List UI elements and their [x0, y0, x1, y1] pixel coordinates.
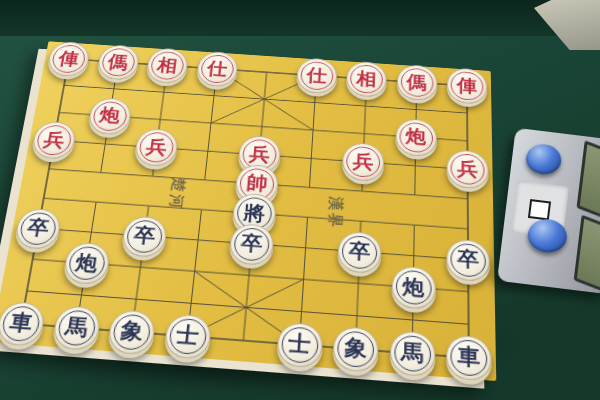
- intersection-f4[interactable]: [284, 142, 338, 174]
- intersection-d5[interactable]: [177, 164, 232, 197]
- intersection-a10[interactable]: 車: [0, 305, 51, 342]
- piece-ring: [400, 67, 433, 97]
- board-intersections: 俥傌相仕仕相傌俥炮炮兵兵兵兵兵帥將卒卒卒卒卒炮炮車馬象士士象馬車: [0, 44, 498, 377]
- intersection-b5[interactable]: [72, 156, 128, 189]
- intersection-b3[interactable]: 炮: [82, 101, 137, 132]
- piece-ring: [399, 121, 433, 153]
- intersection-f1[interactable]: 仕: [291, 61, 343, 91]
- intersection-d7[interactable]: [169, 223, 226, 258]
- intersection-i10[interactable]: 車: [440, 339, 497, 377]
- piece-black-chariot-a10[interactable]: 車: [0, 301, 47, 347]
- piece-ring: [451, 71, 484, 101]
- intersection-f7[interactable]: [277, 231, 333, 266]
- intersection-d4[interactable]: [180, 135, 235, 167]
- piece-ring: [66, 246, 106, 282]
- intersection-h8[interactable]: 炮: [385, 270, 441, 306]
- intersection-d6[interactable]: [173, 193, 229, 227]
- intersection-e1[interactable]: [240, 57, 292, 87]
- intersection-i1[interactable]: 俥: [442, 71, 493, 101]
- piece-ring: [451, 242, 487, 277]
- piece-ring: [100, 47, 136, 77]
- intersection-c1[interactable]: 相: [141, 51, 194, 81]
- background-wall: [0, 0, 600, 36]
- intersection-i5[interactable]: [441, 182, 494, 215]
- xiangqi-board: 楚河 漢界 俥傌相仕仕相傌俥炮炮兵兵兵兵兵帥將卒卒卒卒卒炮炮車馬象士士象馬車: [0, 41, 496, 381]
- intersection-i7[interactable]: 卒: [441, 242, 496, 277]
- intersection-g1[interactable]: 相: [341, 64, 392, 94]
- intersection-f3[interactable]: [286, 115, 339, 146]
- piece-ring: [299, 61, 333, 91]
- piece-ring: [167, 318, 207, 356]
- clock-logo: [528, 199, 551, 220]
- intersection-e9[interactable]: [217, 289, 275, 326]
- intersection-g8[interactable]: [330, 265, 386, 301]
- intersection-h3[interactable]: 炮: [390, 122, 442, 154]
- piece-ring: [149, 51, 185, 81]
- intersection-i4[interactable]: 兵: [441, 153, 494, 186]
- intersection-h5[interactable]: [388, 178, 441, 211]
- piece-ring: [56, 309, 97, 347]
- piece-ring: [393, 334, 430, 372]
- intersection-e8[interactable]: [220, 257, 277, 293]
- intersection-f6[interactable]: [280, 200, 335, 234]
- piece-ring: [450, 339, 487, 377]
- clock-upper-lcd-screen: [580, 144, 600, 221]
- intersection-h6[interactable]: [387, 208, 441, 242]
- intersection-h4[interactable]: [389, 150, 442, 183]
- intersection-c8[interactable]: [111, 250, 169, 286]
- intersection-b4[interactable]: [77, 128, 133, 160]
- piece-ring: [0, 305, 42, 342]
- intersection-a2[interactable]: [37, 70, 92, 100]
- intersection-d10[interactable]: 士: [158, 318, 217, 356]
- intersection-b1[interactable]: 傌: [91, 48, 144, 78]
- intersection-i8[interactable]: [441, 274, 497, 310]
- intersection-f2[interactable]: [289, 87, 341, 118]
- intersection-f10[interactable]: 士: [270, 326, 328, 364]
- intersection-b10[interactable]: 馬: [46, 309, 107, 346]
- intersection-a4[interactable]: 兵: [26, 125, 82, 157]
- intersection-g7[interactable]: 卒: [332, 234, 387, 269]
- intersection-g5[interactable]: [335, 175, 389, 208]
- intersection-b6[interactable]: [67, 185, 124, 219]
- intersection-a5[interactable]: [20, 153, 77, 186]
- intersection-d8[interactable]: [166, 254, 224, 290]
- piece-ring: [341, 234, 377, 269]
- intersection-h10[interactable]: 馬: [383, 334, 440, 372]
- intersection-d1[interactable]: 仕: [191, 54, 244, 84]
- intersection-g4[interactable]: 兵: [336, 146, 389, 178]
- board-surface: 楚河 漢界 俥傌相仕仕相傌俥炮炮兵兵兵兵兵帥將卒卒卒卒卒炮炮車馬象士士象馬車: [0, 41, 496, 381]
- intersection-d2[interactable]: [187, 80, 240, 111]
- intersection-e10[interactable]: [214, 322, 273, 360]
- piece-ring: [138, 132, 175, 164]
- intersection-c4[interactable]: 兵: [129, 132, 184, 164]
- intersection-d3[interactable]: [184, 108, 238, 139]
- intersection-i2[interactable]: [442, 98, 493, 129]
- photo-scene: 楚河 漢界 俥傌相仕仕相傌俥炮炮兵兵兵兵兵帥將卒卒卒卒卒炮炮車馬象士士象馬車: [0, 0, 600, 400]
- piece-ring: [233, 227, 271, 262]
- piece-ring: [199, 54, 234, 84]
- intersection-f5[interactable]: [282, 171, 336, 204]
- intersection-c10[interactable]: 象: [102, 313, 162, 351]
- intersection-g10[interactable]: 象: [327, 330, 385, 368]
- piece-ring: [280, 326, 319, 364]
- piece-ring: [18, 211, 58, 245]
- piece-ring: [395, 269, 431, 305]
- intersection-a1[interactable]: 俥: [42, 44, 96, 73]
- piece-ring: [111, 313, 152, 351]
- piece-ring: [50, 44, 87, 74]
- intersection-g2[interactable]: [339, 91, 391, 122]
- piece-ring: [337, 330, 375, 368]
- piece-ring: [35, 125, 73, 157]
- intersection-c2[interactable]: [137, 77, 191, 107]
- intersection-c7[interactable]: 卒: [116, 219, 173, 254]
- piece-ring: [125, 219, 164, 254]
- intersection-c5[interactable]: [125, 160, 181, 193]
- intersection-a8[interactable]: [3, 242, 62, 277]
- piece-ring: [346, 146, 381, 179]
- clock-lower-lcd-screen: [577, 219, 600, 293]
- piece-ring: [451, 153, 485, 186]
- intersection-h1[interactable]: 傌: [391, 67, 442, 97]
- intersection-f8[interactable]: [275, 261, 332, 297]
- game-clock: [497, 128, 600, 295]
- intersection-e7[interactable]: 卒: [223, 227, 279, 262]
- intersection-a7[interactable]: 卒: [9, 211, 68, 245]
- intersection-e2[interactable]: [238, 84, 291, 115]
- piece-ring: [91, 101, 128, 132]
- intersection-b8[interactable]: 炮: [57, 246, 116, 281]
- piece-ring: [350, 64, 384, 94]
